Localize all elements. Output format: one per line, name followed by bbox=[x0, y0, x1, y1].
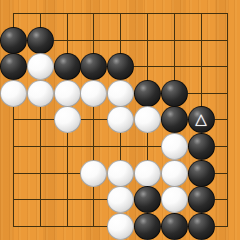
go-board[interactable]: △ bbox=[0, 0, 240, 240]
white-stone bbox=[161, 133, 188, 160]
black-stone bbox=[188, 213, 215, 240]
triangle-mark: △ bbox=[189, 107, 214, 132]
white-stone bbox=[107, 213, 134, 240]
black-stone bbox=[161, 80, 188, 107]
white-stone bbox=[80, 160, 107, 187]
white-stone bbox=[107, 186, 134, 213]
white-stone bbox=[107, 160, 134, 187]
white-stone bbox=[27, 53, 54, 80]
black-stone bbox=[134, 80, 161, 107]
black-stone bbox=[134, 213, 161, 240]
black-stone: △ bbox=[188, 106, 215, 133]
white-stone bbox=[134, 160, 161, 187]
white-stone bbox=[54, 106, 81, 133]
white-stone bbox=[0, 80, 27, 107]
black-stone bbox=[161, 106, 188, 133]
white-stone bbox=[134, 106, 161, 133]
black-stone bbox=[0, 27, 27, 54]
black-stone bbox=[0, 53, 27, 80]
black-stone bbox=[161, 213, 188, 240]
black-stone bbox=[27, 27, 54, 54]
white-stone bbox=[80, 80, 107, 107]
black-stone bbox=[107, 53, 134, 80]
white-stone bbox=[107, 80, 134, 107]
black-stone bbox=[188, 160, 215, 187]
black-stone bbox=[134, 186, 161, 213]
white-stone bbox=[161, 186, 188, 213]
black-stone bbox=[188, 133, 215, 160]
black-stone bbox=[54, 53, 81, 80]
white-stone bbox=[54, 80, 81, 107]
black-stone bbox=[80, 53, 107, 80]
grid-line-vertical bbox=[227, 13, 228, 227]
white-stone bbox=[161, 160, 188, 187]
white-stone bbox=[107, 106, 134, 133]
white-stone bbox=[27, 80, 54, 107]
black-stone bbox=[188, 186, 215, 213]
go-game-screenshot: △ bbox=[0, 0, 240, 240]
